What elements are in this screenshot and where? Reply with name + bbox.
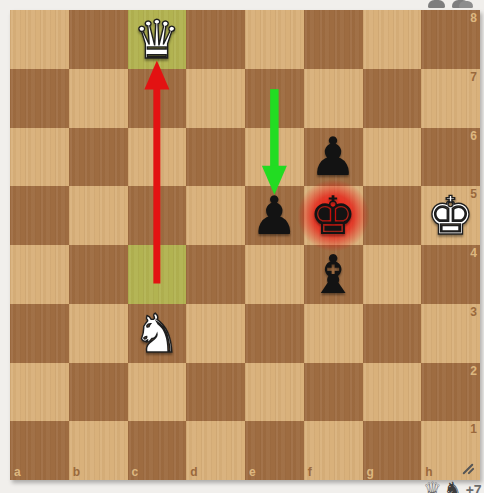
- captured-knight-icon: ♞: [444, 480, 463, 493]
- square-e3[interactable]: [245, 304, 304, 363]
- square-g7[interactable]: [363, 69, 422, 128]
- rank-label-8: 8: [470, 12, 477, 24]
- piece-black-king-f5[interactable]: ♚: [304, 186, 363, 245]
- square-d5[interactable]: [186, 186, 245, 245]
- piece-black-bishop-f4[interactable]: ♝: [304, 245, 363, 304]
- file-label-f: f: [308, 466, 312, 478]
- square-h3[interactable]: 3: [421, 304, 480, 363]
- square-g8[interactable]: [363, 10, 422, 69]
- square-c2[interactable]: [128, 363, 187, 422]
- piece-white-queen-c8[interactable]: ♛: [128, 10, 187, 69]
- rank-label-4: 4: [470, 247, 477, 259]
- material-score: +7: [466, 480, 482, 493]
- square-f8[interactable]: [304, 10, 363, 69]
- square-h4[interactable]: 4: [421, 245, 480, 304]
- piece-black-pawn-f6[interactable]: ♟: [304, 128, 363, 187]
- square-f3[interactable]: [304, 304, 363, 363]
- chess-board[interactable]: 8765432abcdefgh1 ♛♟♟♚♚♝♞: [10, 10, 480, 480]
- square-h8[interactable]: 8: [421, 10, 480, 69]
- material-indicator: ♕ ♞ +7: [423, 480, 482, 493]
- square-b6[interactable]: [69, 128, 128, 187]
- square-d1[interactable]: d: [186, 421, 245, 480]
- board-squares: 8765432abcdefgh1: [10, 10, 480, 480]
- square-d4[interactable]: [186, 245, 245, 304]
- square-e8[interactable]: [245, 10, 304, 69]
- square-a5[interactable]: [10, 186, 69, 245]
- square-c5[interactable]: [128, 186, 187, 245]
- board-resize-handle[interactable]: [461, 461, 476, 476]
- square-e1[interactable]: e: [245, 421, 304, 480]
- square-b5[interactable]: [69, 186, 128, 245]
- square-d3[interactable]: [186, 304, 245, 363]
- file-label-d: d: [190, 466, 197, 478]
- rank-label-7: 7: [470, 71, 477, 83]
- user-icon: [428, 0, 445, 8]
- square-f1[interactable]: f: [304, 421, 363, 480]
- square-e4[interactable]: [245, 245, 304, 304]
- square-a8[interactable]: [10, 10, 69, 69]
- square-b1[interactable]: b: [69, 421, 128, 480]
- square-g6[interactable]: [363, 128, 422, 187]
- square-c1[interactable]: c: [128, 421, 187, 480]
- piece-white-knight-c3[interactable]: ♞: [128, 304, 187, 363]
- square-a6[interactable]: [10, 128, 69, 187]
- piece-black-pawn-e5[interactable]: ♟: [245, 186, 304, 245]
- square-c6[interactable]: [128, 128, 187, 187]
- file-label-c: c: [132, 466, 139, 478]
- square-b2[interactable]: [69, 363, 128, 422]
- square-f2[interactable]: [304, 363, 363, 422]
- square-f7[interactable]: [304, 69, 363, 128]
- square-d2[interactable]: [186, 363, 245, 422]
- piece-white-king-h5[interactable]: ♚: [421, 186, 480, 245]
- square-h6[interactable]: 6: [421, 128, 480, 187]
- square-c7[interactable]: [128, 69, 187, 128]
- file-label-e: e: [249, 466, 256, 478]
- rank-label-3: 3: [470, 306, 477, 318]
- square-b3[interactable]: [69, 304, 128, 363]
- square-e7[interactable]: [245, 69, 304, 128]
- square-h7[interactable]: 7: [421, 69, 480, 128]
- square-a1[interactable]: a: [10, 421, 69, 480]
- square-b4[interactable]: [69, 245, 128, 304]
- file-label-h: h: [425, 466, 432, 478]
- square-g4[interactable]: [363, 245, 422, 304]
- file-label-b: b: [73, 466, 80, 478]
- square-b7[interactable]: [69, 69, 128, 128]
- square-a4[interactable]: [10, 245, 69, 304]
- square-d6[interactable]: [186, 128, 245, 187]
- square-g1[interactable]: g: [363, 421, 422, 480]
- top-user-icons-fragment: [428, 0, 474, 8]
- square-g3[interactable]: [363, 304, 422, 363]
- square-g2[interactable]: [363, 363, 422, 422]
- rank-label-2: 2: [470, 365, 477, 377]
- rank-label-6: 6: [470, 130, 477, 142]
- file-label-g: g: [367, 466, 374, 478]
- square-g5[interactable]: [363, 186, 422, 245]
- square-h2[interactable]: 2: [421, 363, 480, 422]
- square-d8[interactable]: [186, 10, 245, 69]
- square-a3[interactable]: [10, 304, 69, 363]
- square-e2[interactable]: [245, 363, 304, 422]
- square-d7[interactable]: [186, 69, 245, 128]
- square-e6[interactable]: [245, 128, 304, 187]
- file-label-a: a: [14, 466, 21, 478]
- square-c4[interactable]: [128, 245, 187, 304]
- square-b8[interactable]: [69, 10, 128, 69]
- square-a7[interactable]: [10, 69, 69, 128]
- captured-queen-icon: ♕: [423, 480, 442, 493]
- square-a2[interactable]: [10, 363, 69, 422]
- users-icon: [452, 0, 474, 8]
- rank-label-1: 1: [470, 423, 477, 435]
